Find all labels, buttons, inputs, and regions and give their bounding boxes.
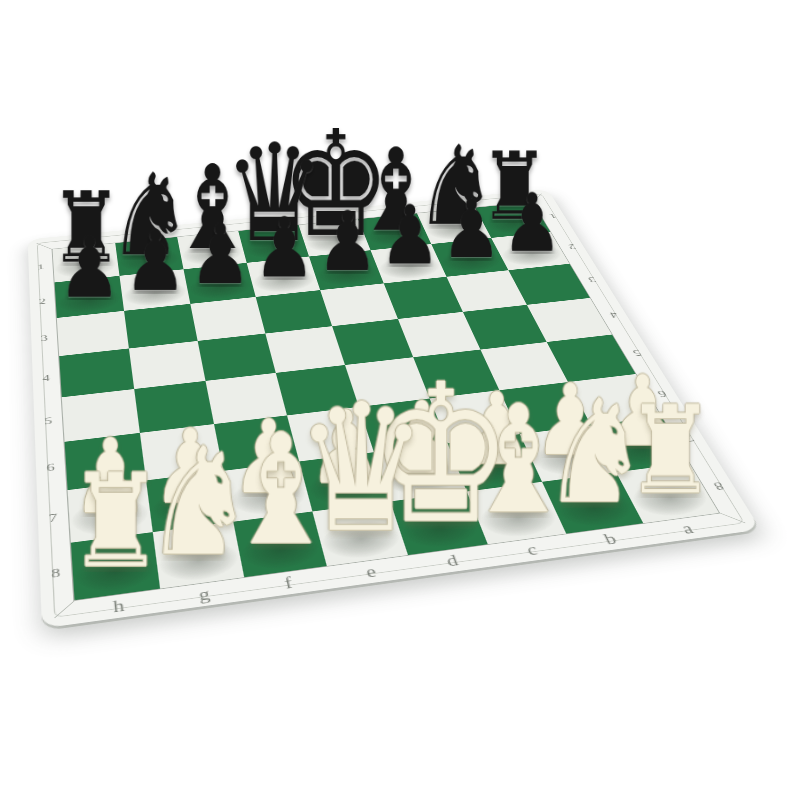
chess-mat: 1234567812345678hgfedcba ♜♞♝♛♚♝♞♜♟♟♟♟♟♟♟… [28, 189, 761, 628]
piece-black-rook-a1: ♜ [436, 41, 592, 223]
piece-shadow [187, 273, 253, 302]
piece-white-knight-b8: ♞ [493, 270, 697, 508]
piece-shadow [71, 495, 150, 539]
piece-shadow [181, 240, 245, 267]
piece-black-queen-e1: ♛ [194, 61, 354, 248]
piece-black-knight-b1: ♞ [377, 46, 534, 229]
piece-shadow [319, 517, 405, 563]
piece-black-bishop-c1: ♝ [317, 51, 475, 235]
piece-white-pawn-h7: ♟ [7, 277, 213, 517]
piece-shadow [55, 252, 117, 280]
piece-white-knight-g8: ♞ [92, 312, 305, 561]
rank-label-left-3: 3 [40, 333, 48, 343]
piece-black-bishop-f1: ♝ [132, 66, 293, 254]
piece-black-rook-h1: ♜ [4, 76, 167, 266]
piece-shadow [314, 260, 381, 288]
piece-shadow [239, 527, 324, 574]
piece-shadow [57, 286, 122, 316]
piece-shadow [242, 234, 306, 261]
piece-black-king-d1: ♚ [256, 56, 415, 241]
piece-shadow [600, 430, 685, 469]
piece-shadow [376, 253, 444, 281]
rank-label-left-1: 1 [37, 263, 44, 272]
piece-shadow [481, 211, 547, 236]
piece-shadow [118, 246, 181, 273]
piece-shadow [381, 457, 464, 498]
piece-shadow [455, 448, 539, 489]
chess-set-photo: 1234567812345678hgfedcba ♜♞♝♛♚♝♞♜♟♟♟♟♟♟♟… [38, 58, 652, 672]
piece-shadow [305, 466, 387, 508]
piece-white-pawn-a7: ♟ [545, 222, 739, 449]
piece-shadow [397, 506, 484, 551]
piece-black-knight-g1: ♞ [68, 71, 230, 260]
piece-shadow [626, 477, 715, 520]
rank-label-left-2: 2 [39, 297, 47, 306]
piece-shadow [123, 279, 188, 308]
piece-shadow [498, 241, 567, 268]
pieces-layer: ♜♞♝♛♚♝♞♜♟♟♟♟♟♟♟♟♟♟♟♟♟♟♟♟♜♞♝♛♚♝♞♜ [28, 189, 761, 628]
piece-shadow [363, 222, 428, 248]
piece-white-pawn-b7: ♟ [472, 230, 668, 458]
piece-shadow [150, 485, 230, 529]
piece-shadow [423, 216, 489, 242]
piece-shadow [475, 496, 563, 540]
